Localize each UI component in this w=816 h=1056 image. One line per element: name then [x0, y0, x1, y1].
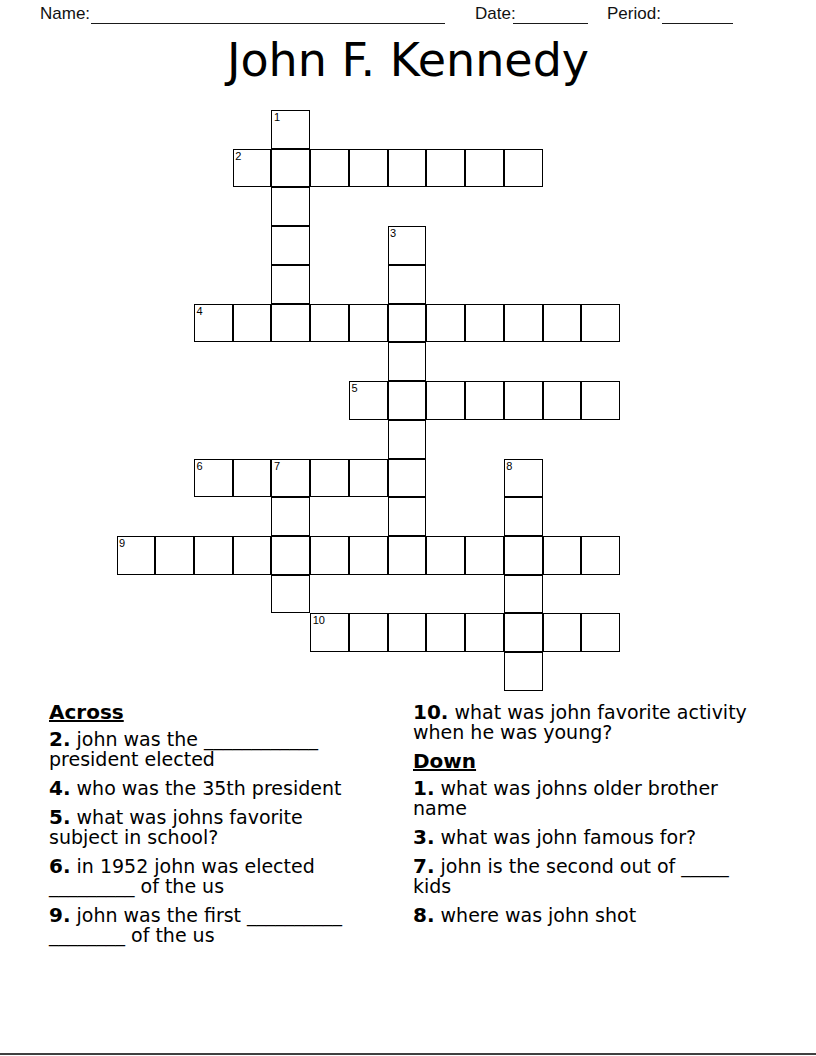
- across-heading: Across: [49, 702, 407, 723]
- clue-number: 8.: [413, 903, 435, 927]
- clue-item: 7. john is the second out of _____ kids: [413, 856, 805, 896]
- clue-item: 2. john was the ____________ president e…: [49, 729, 407, 769]
- grid-cell[interactable]: [233, 304, 272, 343]
- clue-text: what was johns older brother name: [413, 777, 718, 819]
- grid-cell[interactable]: [465, 304, 504, 343]
- grid-cell[interactable]: [271, 226, 310, 265]
- grid-cell[interactable]: [426, 613, 465, 652]
- grid-cell[interactable]: [388, 342, 427, 381]
- clues-left-column: Across 2. john was the ____________ pres…: [49, 702, 407, 954]
- grid-cell[interactable]: [504, 497, 543, 536]
- grid-cell[interactable]: [271, 187, 310, 226]
- clue-text: where was john shot: [435, 904, 637, 926]
- grid-cell[interactable]: [465, 381, 504, 420]
- grid-cell[interactable]: [504, 536, 543, 575]
- clue-item: 9. john was the first __________ _______…: [49, 905, 407, 945]
- grid-cell[interactable]: [349, 304, 388, 343]
- grid-cell[interactable]: [271, 265, 310, 304]
- clue-item: 6. in 1952 john was elected _________ of…: [49, 856, 407, 896]
- grid-cell[interactable]: [465, 149, 504, 188]
- crossword-grid: 12345678910: [117, 110, 621, 691]
- grid-cell[interactable]: [349, 613, 388, 652]
- grid-cell[interactable]: [388, 149, 427, 188]
- name-label: Name:: [40, 4, 90, 24]
- clue-item: 1. what was johns older brother name: [413, 778, 805, 818]
- grid-cell[interactable]: [581, 536, 620, 575]
- grid-cell[interactable]: [581, 304, 620, 343]
- grid-cell[interactable]: [426, 381, 465, 420]
- grid-cell[interactable]: [349, 536, 388, 575]
- clues-right-column: 10. what was john favorite activity when…: [413, 702, 805, 934]
- grid-cell[interactable]: [543, 304, 582, 343]
- grid-cell[interactable]: [271, 536, 310, 575]
- grid-cell[interactable]: [465, 536, 504, 575]
- grid-cell[interactable]: [310, 459, 349, 498]
- clue-text: what was john famous for?: [435, 826, 697, 848]
- clue-item: 3. what was john famous for?: [413, 827, 805, 847]
- clue-text: john was the ____________ president elec…: [49, 728, 318, 770]
- clue-text: who was the 35th president: [71, 777, 342, 799]
- down-heading: Down: [413, 751, 805, 772]
- clue-text: in 1952 john was elected _________ of th…: [49, 855, 315, 897]
- clue-item: 4. who was the 35th president: [49, 778, 407, 798]
- grid-cell[interactable]: [504, 652, 543, 691]
- grid-cell[interactable]: [543, 536, 582, 575]
- clue-text: john was the first __________ ________ o…: [49, 904, 342, 946]
- grid-cell[interactable]: [388, 459, 427, 498]
- grid-cell[interactable]: [233, 536, 272, 575]
- clue-item: 8. where was john shot: [413, 905, 805, 925]
- grid-cell[interactable]: [465, 613, 504, 652]
- clue-number: 4.: [49, 776, 71, 800]
- grid-cell[interactable]: [349, 149, 388, 188]
- grid-cell[interactable]: [388, 420, 427, 459]
- grid-cell[interactable]: [233, 459, 272, 498]
- worksheet-page: Name: Date: Period: John F. Kennedy 1234…: [0, 0, 816, 1056]
- clue-item: 5. what was johns favorite subject in sc…: [49, 807, 407, 847]
- grid-cell[interactable]: [310, 304, 349, 343]
- grid-cell[interactable]: [349, 459, 388, 498]
- grid-cell[interactable]: [504, 304, 543, 343]
- grid-cell[interactable]: [504, 613, 543, 652]
- grid-cell[interactable]: [155, 536, 194, 575]
- date-blank-line[interactable]: [513, 5, 588, 24]
- grid-cell[interactable]: [426, 536, 465, 575]
- grid-cell[interactable]: [504, 575, 543, 614]
- grid-cell[interactable]: [117, 536, 156, 575]
- grid-cell[interactable]: [310, 613, 349, 652]
- grid-cell[interactable]: [388, 536, 427, 575]
- grid-cell[interactable]: [310, 149, 349, 188]
- grid-cell[interactable]: [388, 381, 427, 420]
- grid-cell[interactable]: [388, 497, 427, 536]
- grid-cell[interactable]: [581, 381, 620, 420]
- grid-cell[interactable]: [504, 149, 543, 188]
- name-blank-line[interactable]: [91, 5, 445, 24]
- grid-cell[interactable]: [271, 497, 310, 536]
- period-label: Period:: [607, 4, 661, 24]
- page-bottom-edge: [0, 1053, 816, 1055]
- grid-cell[interactable]: [194, 304, 233, 343]
- grid-cell[interactable]: [271, 149, 310, 188]
- clue-number: 3.: [413, 825, 435, 849]
- grid-cell[interactable]: [504, 459, 543, 498]
- grid-cell[interactable]: [310, 536, 349, 575]
- date-label: Date:: [475, 4, 516, 24]
- grid-cell[interactable]: [388, 265, 427, 304]
- grid-cell[interactable]: [271, 304, 310, 343]
- clue-text: what was john favorite activity when he …: [413, 701, 747, 743]
- grid-cell[interactable]: [233, 149, 272, 188]
- grid-cell[interactable]: [504, 381, 543, 420]
- grid-cell[interactable]: [426, 149, 465, 188]
- grid-cell[interactable]: [388, 613, 427, 652]
- grid-cell[interactable]: [271, 110, 310, 149]
- grid-cell[interactable]: [194, 536, 233, 575]
- page-title: John F. Kennedy: [0, 33, 816, 87]
- grid-cell[interactable]: [349, 381, 388, 420]
- grid-cell[interactable]: [543, 381, 582, 420]
- clue-item: 10. what was john favorite activity when…: [413, 702, 805, 742]
- grid-cell[interactable]: [388, 304, 427, 343]
- grid-cell[interactable]: [194, 459, 233, 498]
- grid-cell[interactable]: [543, 613, 582, 652]
- grid-cell[interactable]: [271, 575, 310, 614]
- grid-cell[interactable]: [388, 226, 427, 265]
- grid-cell[interactable]: [426, 304, 465, 343]
- period-blank-line[interactable]: [662, 5, 733, 24]
- grid-cell[interactable]: [581, 613, 620, 652]
- grid-cell[interactable]: [271, 459, 310, 498]
- clue-text: what was johns favorite subject in schoo…: [49, 806, 303, 848]
- clue-text: john is the second out of _____ kids: [413, 855, 729, 897]
